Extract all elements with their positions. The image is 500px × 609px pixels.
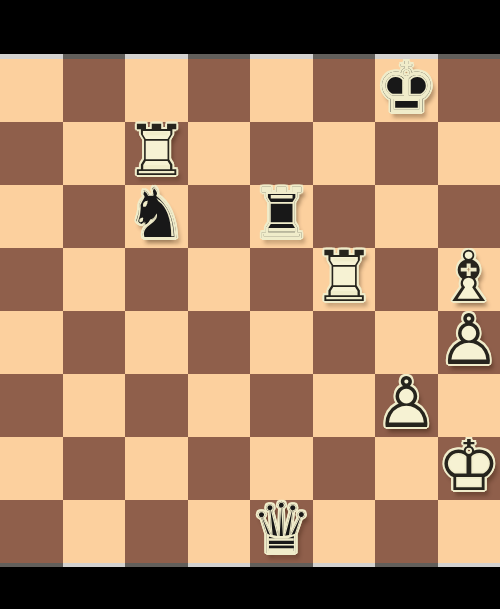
square-d3[interactable] [188, 374, 251, 437]
square-b8[interactable] [63, 59, 126, 122]
square-e6[interactable]: ♜♖ [250, 185, 313, 248]
square-f2[interactable] [313, 437, 376, 500]
square-d6[interactable] [188, 185, 251, 248]
square-f7[interactable] [313, 122, 376, 185]
square-e2[interactable] [250, 437, 313, 500]
board-edge-segment [0, 563, 63, 567]
square-e5[interactable] [250, 248, 313, 311]
square-g1[interactable] [375, 500, 438, 563]
square-h5[interactable]: ♝♗ [438, 248, 500, 311]
square-c3[interactable] [125, 374, 188, 437]
white-pawn-glyph-outline: ♙ [438, 304, 500, 374]
board-edge-segment [375, 563, 438, 567]
square-h1[interactable] [438, 500, 500, 563]
square-c1[interactable] [125, 500, 188, 563]
square-f1[interactable] [313, 500, 376, 563]
piece-black-king[interactable]: ♚♔ [375, 59, 438, 122]
square-a4[interactable] [0, 311, 63, 374]
white-rook-glyph-fill: ♜ [313, 241, 376, 311]
square-d1[interactable] [188, 500, 251, 563]
screenshot-root: ♚♔♜♖♞♘♜♖♜♖♝♗♟♙♟♙♚♔♛♕ [0, 0, 500, 609]
square-e3[interactable] [250, 374, 313, 437]
square-g3[interactable]: ♟♙ [375, 374, 438, 437]
square-g7[interactable] [375, 122, 438, 185]
square-e7[interactable] [250, 122, 313, 185]
square-g2[interactable] [375, 437, 438, 500]
white-pawn-glyph-fill: ♟ [438, 304, 500, 374]
piece-black-rook[interactable]: ♜♖ [250, 185, 313, 248]
square-b4[interactable] [63, 311, 126, 374]
square-g4[interactable] [375, 311, 438, 374]
square-g8[interactable]: ♚♔ [375, 59, 438, 122]
board-edge-segment [63, 563, 126, 567]
black-rook-glyph-outline: ♖ [250, 178, 313, 248]
board-edge-segment [188, 563, 251, 567]
square-a1[interactable] [0, 500, 63, 563]
piece-white-rook[interactable]: ♜♖ [125, 122, 188, 185]
square-b3[interactable] [63, 374, 126, 437]
square-g5[interactable] [375, 248, 438, 311]
piece-black-queen[interactable]: ♛♕ [250, 500, 313, 563]
square-a2[interactable] [0, 437, 63, 500]
square-b5[interactable] [63, 248, 126, 311]
square-f8[interactable] [313, 59, 376, 122]
board-edge-segment [313, 563, 376, 567]
chess-board: ♚♔♜♖♞♘♜♖♜♖♝♗♟♙♟♙♚♔♛♕ [0, 59, 500, 563]
square-e8[interactable] [250, 59, 313, 122]
square-b7[interactable] [63, 122, 126, 185]
square-g6[interactable] [375, 185, 438, 248]
board-edge-segment [438, 563, 500, 567]
piece-white-bishop[interactable]: ♝♗ [438, 248, 500, 311]
black-rook-glyph-fill: ♜ [250, 178, 313, 248]
white-bishop-glyph-fill: ♝ [438, 241, 500, 311]
square-b6[interactable] [63, 185, 126, 248]
square-f6[interactable] [313, 185, 376, 248]
square-h8[interactable] [438, 59, 500, 122]
square-h4[interactable]: ♟♙ [438, 311, 500, 374]
square-a7[interactable] [0, 122, 63, 185]
board-edge-segment [125, 563, 188, 567]
square-d5[interactable] [188, 248, 251, 311]
black-queen-glyph-fill: ♛ [250, 493, 313, 563]
square-c4[interactable] [125, 311, 188, 374]
square-d8[interactable] [188, 59, 251, 122]
square-a3[interactable] [0, 374, 63, 437]
piece-white-king[interactable]: ♚♔ [438, 437, 500, 500]
white-king-glyph-fill: ♚ [438, 430, 500, 500]
piece-white-rook[interactable]: ♜♖ [313, 248, 376, 311]
white-rook-glyph-outline: ♖ [125, 115, 188, 185]
black-king-glyph-fill: ♚ [375, 52, 438, 122]
square-c2[interactable] [125, 437, 188, 500]
white-pawn-glyph-fill: ♟ [375, 367, 438, 437]
square-c7[interactable]: ♜♖ [125, 122, 188, 185]
square-d2[interactable] [188, 437, 251, 500]
square-h7[interactable] [438, 122, 500, 185]
square-c8[interactable] [125, 59, 188, 122]
square-h6[interactable] [438, 185, 500, 248]
square-c6[interactable]: ♞♘ [125, 185, 188, 248]
square-h3[interactable] [438, 374, 500, 437]
piece-white-pawn[interactable]: ♟♙ [375, 374, 438, 437]
piece-white-pawn[interactable]: ♟♙ [438, 311, 500, 374]
square-h2[interactable]: ♚♔ [438, 437, 500, 500]
black-knight-glyph-fill: ♞ [125, 178, 188, 248]
square-d4[interactable] [188, 311, 251, 374]
black-king-glyph-outline: ♔ [375, 52, 438, 122]
square-e1[interactable]: ♛♕ [250, 500, 313, 563]
black-knight-glyph-outline: ♘ [125, 178, 188, 248]
piece-black-knight[interactable]: ♞♘ [125, 185, 188, 248]
white-rook-glyph-outline: ♖ [313, 241, 376, 311]
square-f4[interactable] [313, 311, 376, 374]
square-b2[interactable] [63, 437, 126, 500]
square-f5[interactable]: ♜♖ [313, 248, 376, 311]
square-a6[interactable] [0, 185, 63, 248]
white-rook-glyph-fill: ♜ [125, 115, 188, 185]
board-area: ♚♔♜♖♞♘♜♖♜♖♝♗♟♙♟♙♚♔♛♕ [0, 54, 500, 567]
square-e4[interactable] [250, 311, 313, 374]
white-pawn-glyph-outline: ♙ [375, 367, 438, 437]
white-bishop-glyph-outline: ♗ [438, 241, 500, 311]
black-queen-glyph-outline: ♕ [250, 493, 313, 563]
square-f3[interactable] [313, 374, 376, 437]
square-b1[interactable] [63, 500, 126, 563]
square-d7[interactable] [188, 122, 251, 185]
square-a5[interactable] [0, 248, 63, 311]
white-king-glyph-outline: ♔ [438, 430, 500, 500]
square-a8[interactable] [0, 59, 63, 122]
square-c5[interactable] [125, 248, 188, 311]
board-edge-segment [250, 563, 313, 567]
board-bottom-edge [0, 563, 500, 567]
